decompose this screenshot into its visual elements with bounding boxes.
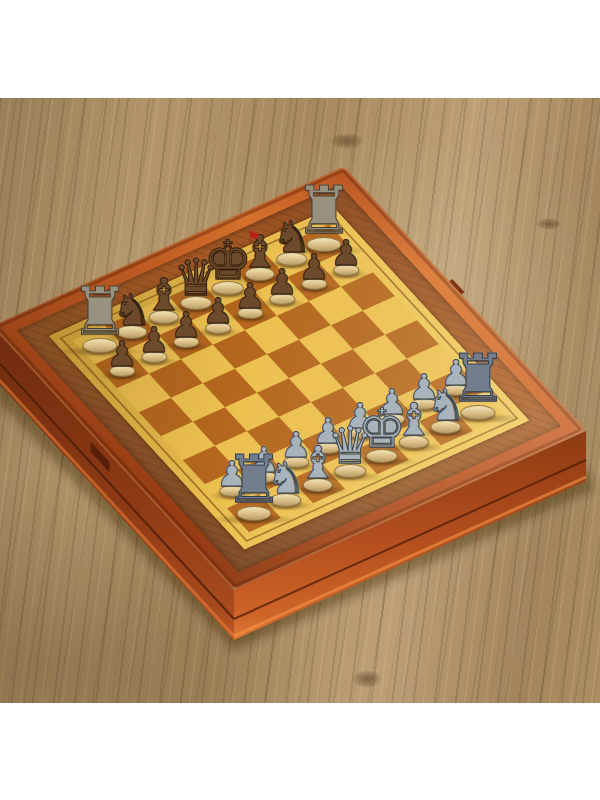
piece-black-pawn-c7[interactable]: ♟ <box>170 308 201 348</box>
pawn-glyph: ♟ <box>138 323 169 358</box>
pawn-glyph: ♟ <box>170 308 201 343</box>
piece-black-pawn-f7[interactable]: ♟ <box>266 265 297 305</box>
piece-black-pawn-g7[interactable]: ♟ <box>298 250 329 290</box>
piece-black-pawn-b7[interactable]: ♟ <box>138 323 169 363</box>
piece-black-pawn-e7[interactable]: ♟ <box>234 279 265 319</box>
pawn-glyph: ♟ <box>106 337 137 372</box>
pawn-glyph: ♟ <box>298 250 329 285</box>
piece-black-pawn-h7[interactable]: ♟ <box>330 236 361 276</box>
pawn-glyph: ♟ <box>234 279 265 314</box>
rook-glyph: ♜ <box>224 447 283 513</box>
pawn-glyph: ♟ <box>202 294 233 329</box>
piece-black-pawn-a7[interactable]: ♟ <box>106 337 137 377</box>
pawn-glyph: ♟ <box>266 265 297 300</box>
piece-black-pawn-d7[interactable]: ♟ <box>202 294 233 334</box>
product-photo-canvas: ♜♞♝♛♚♝♞♜♟♟♟♟♟♟♟♟♟♟♟♟♟♟♟♟♜♞♝♛♚♝♞♜ <box>0 0 600 800</box>
pawn-glyph: ♟ <box>330 236 361 271</box>
piece-white-rook-a1[interactable]: ♜ <box>224 447 283 521</box>
